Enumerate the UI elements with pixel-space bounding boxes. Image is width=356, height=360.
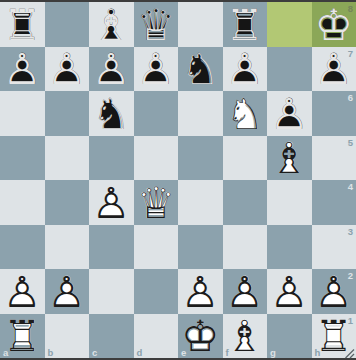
square-h4[interactable]: 4 xyxy=(312,180,356,225)
square-f3[interactable] xyxy=(223,225,268,270)
square-g4[interactable] xyxy=(267,180,312,225)
square-e1[interactable]: ♚♔e xyxy=(178,314,223,359)
square-a3[interactable] xyxy=(0,225,45,270)
square-g5[interactable]: ♝♗ xyxy=(267,136,312,181)
square-f5[interactable] xyxy=(223,136,268,181)
piece-white-pawn[interactable]: ♟♙ xyxy=(178,269,223,314)
square-e6[interactable] xyxy=(178,91,223,136)
piece-black-knight[interactable]: ♞♘ xyxy=(178,47,223,92)
piece-black-pawn[interactable]: ♟♙ xyxy=(89,47,134,92)
rank-label-4: 4 xyxy=(348,181,353,192)
square-h6[interactable]: 6 xyxy=(312,91,356,136)
square-h5[interactable]: 5 xyxy=(312,136,356,181)
square-a8[interactable]: ♜♖ xyxy=(0,2,45,47)
square-f7[interactable]: ♟♙ xyxy=(223,47,268,92)
square-h8[interactable]: ♚♔8 xyxy=(312,2,356,47)
square-c8[interactable]: ♝♗ xyxy=(89,2,134,47)
piece-white-rook[interactable]: ♜♖ xyxy=(0,314,45,359)
piece-black-pawn[interactable]: ♟♙ xyxy=(0,47,45,92)
square-d1[interactable]: d xyxy=(134,314,179,359)
square-f6[interactable]: ♞♘ xyxy=(223,91,268,136)
piece-white-bishop[interactable]: ♝♗ xyxy=(267,136,312,181)
square-h2[interactable]: ♟♙2 xyxy=(312,269,356,314)
square-c7[interactable]: ♟♙ xyxy=(89,47,134,92)
piece-black-rook[interactable]: ♜♖ xyxy=(0,2,45,47)
piece-white-pawn[interactable]: ♟♙ xyxy=(45,269,90,314)
square-g6[interactable]: ♟♙ xyxy=(267,91,312,136)
piece-black-knight[interactable]: ♞♘ xyxy=(89,91,134,136)
file-label-d: d xyxy=(137,347,143,358)
square-c4[interactable]: ♟♙ xyxy=(89,180,134,225)
square-e4[interactable] xyxy=(178,180,223,225)
piece-black-rook[interactable]: ♜♖ xyxy=(223,2,268,47)
square-b5[interactable] xyxy=(45,136,90,181)
piece-white-queen[interactable]: ♛♕ xyxy=(134,180,179,225)
piece-white-bishop[interactable]: ♝♗ xyxy=(223,314,268,359)
square-b1[interactable]: b xyxy=(45,314,90,359)
rank-label-6: 6 xyxy=(348,92,353,103)
square-c5[interactable] xyxy=(89,136,134,181)
square-e5[interactable] xyxy=(178,136,223,181)
piece-white-pawn[interactable]: ♟♙ xyxy=(89,180,134,225)
square-d8[interactable]: ♛♕ xyxy=(134,2,179,47)
square-b6[interactable] xyxy=(45,91,90,136)
square-b7[interactable]: ♟♙ xyxy=(45,47,90,92)
square-d2[interactable] xyxy=(134,269,179,314)
chess-board[interactable]: ♜♖♝♗♛♕♜♖♚♔8♟♙♟♙♟♙♟♙♞♘♟♙♟♙7♞♘♞♘♟♙6♝♗5♟♙♛♕… xyxy=(0,2,356,358)
piece-black-pawn[interactable]: ♟♙ xyxy=(223,47,268,92)
square-a7[interactable]: ♟♙ xyxy=(0,47,45,92)
file-label-b: b xyxy=(48,347,54,358)
piece-white-king[interactable]: ♚♔ xyxy=(178,314,223,359)
piece-white-pawn[interactable]: ♟♙ xyxy=(223,269,268,314)
square-c2[interactable] xyxy=(89,269,134,314)
piece-black-pawn[interactable]: ♟♙ xyxy=(134,47,179,92)
square-a1[interactable]: ♜♖a xyxy=(0,314,45,359)
square-c6[interactable]: ♞♘ xyxy=(89,91,134,136)
square-c1[interactable]: c xyxy=(89,314,134,359)
square-e3[interactable] xyxy=(178,225,223,270)
piece-white-pawn[interactable]: ♟♙ xyxy=(0,269,45,314)
square-b4[interactable] xyxy=(45,180,90,225)
square-e7[interactable]: ♞♘ xyxy=(178,47,223,92)
square-b3[interactable] xyxy=(45,225,90,270)
piece-black-bishop[interactable]: ♝♗ xyxy=(89,2,134,47)
piece-black-queen[interactable]: ♛♕ xyxy=(134,2,179,47)
square-d5[interactable] xyxy=(134,136,179,181)
square-h7[interactable]: ♟♙7 xyxy=(312,47,356,92)
square-f1[interactable]: ♝♗f xyxy=(223,314,268,359)
square-d4[interactable]: ♛♕ xyxy=(134,180,179,225)
square-a2[interactable]: ♟♙ xyxy=(0,269,45,314)
square-g2[interactable]: ♟♙ xyxy=(267,269,312,314)
file-label-c: c xyxy=(92,347,97,358)
square-g3[interactable] xyxy=(267,225,312,270)
square-b2[interactable]: ♟♙ xyxy=(45,269,90,314)
square-a5[interactable] xyxy=(0,136,45,181)
square-g1[interactable]: g xyxy=(267,314,312,359)
piece-black-pawn[interactable]: ♟♙ xyxy=(312,47,356,92)
square-f2[interactable]: ♟♙ xyxy=(223,269,268,314)
board-resize-handle[interactable] xyxy=(344,348,355,359)
piece-white-pawn[interactable]: ♟♙ xyxy=(312,269,356,314)
piece-white-knight[interactable]: ♞♘ xyxy=(223,91,268,136)
rank-label-3: 3 xyxy=(348,226,353,237)
piece-black-pawn[interactable]: ♟♙ xyxy=(45,47,90,92)
square-d7[interactable]: ♟♙ xyxy=(134,47,179,92)
square-g8[interactable] xyxy=(267,2,312,47)
square-b8[interactable] xyxy=(45,2,90,47)
piece-black-king[interactable]: ♚♔ xyxy=(312,2,356,47)
square-g7[interactable] xyxy=(267,47,312,92)
square-a6[interactable] xyxy=(0,91,45,136)
square-f4[interactable] xyxy=(223,180,268,225)
square-e8[interactable] xyxy=(178,2,223,47)
square-a4[interactable] xyxy=(0,180,45,225)
rank-label-5: 5 xyxy=(348,137,353,148)
piece-black-pawn[interactable]: ♟♙ xyxy=(267,91,312,136)
square-e2[interactable]: ♟♙ xyxy=(178,269,223,314)
file-label-g: g xyxy=(270,347,276,358)
piece-white-pawn[interactable]: ♟♙ xyxy=(267,269,312,314)
square-d3[interactable] xyxy=(134,225,179,270)
square-h3[interactable]: 3 xyxy=(312,225,356,270)
square-c3[interactable] xyxy=(89,225,134,270)
square-d6[interactable] xyxy=(134,91,179,136)
square-f8[interactable]: ♜♖ xyxy=(223,2,268,47)
